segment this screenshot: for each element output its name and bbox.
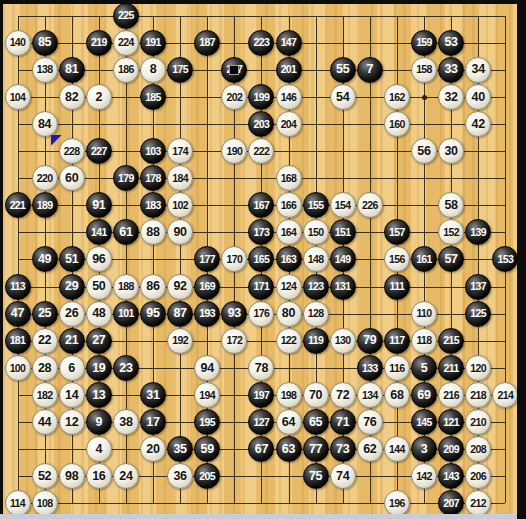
stone-34[interactable]: 34: [465, 57, 491, 83]
move-number: 69: [417, 389, 430, 402]
stone-227[interactable]: 227: [86, 138, 112, 164]
stone-138[interactable]: 138: [32, 57, 58, 83]
stone-24[interactable]: 24: [113, 463, 139, 489]
move-number: 175: [172, 64, 188, 75]
move-number: 49: [38, 253, 51, 266]
move-number: 165: [254, 254, 270, 265]
stone-168[interactable]: 168: [276, 165, 302, 191]
stone-190[interactable]: 190: [221, 138, 247, 164]
stone-98[interactable]: 98: [59, 463, 85, 489]
move-number: 100: [10, 363, 26, 374]
stone-140[interactable]: 140: [5, 30, 31, 56]
stone-221[interactable]: 221: [5, 192, 31, 218]
stone-184[interactable]: 184: [167, 165, 193, 191]
move-number: 76: [363, 416, 376, 429]
stone-6[interactable]: 6: [59, 355, 85, 381]
stone-162[interactable]: 162: [384, 84, 410, 110]
stone-72[interactable]: 72: [330, 382, 356, 408]
stone-96[interactable]: 96: [86, 246, 112, 272]
move-number: 121: [443, 417, 459, 428]
stone-50[interactable]: 50: [86, 274, 112, 300]
stone-77[interactable]: 77: [303, 436, 329, 462]
move-number: 214: [497, 390, 513, 401]
stone-49[interactable]: 49: [32, 246, 58, 272]
stone-62[interactable]: 62: [357, 436, 383, 462]
stone-76[interactable]: 76: [357, 409, 383, 435]
move-number: 56: [417, 145, 430, 158]
move-number: 140: [10, 37, 26, 48]
stone-82[interactable]: 82: [59, 84, 85, 110]
move-number: 3: [421, 443, 428, 456]
move-number: 146: [281, 92, 297, 103]
move-number: 108: [37, 498, 53, 509]
stone-166[interactable]: 166: [276, 192, 302, 218]
stone-124[interactable]: 124: [276, 274, 302, 300]
stone-182[interactable]: 182: [32, 382, 58, 408]
stone-207[interactable]: 207: [438, 490, 464, 516]
stone-70[interactable]: 70: [303, 382, 329, 408]
stone-42[interactable]: 42: [465, 111, 491, 137]
stone-201[interactable]: 201: [276, 57, 302, 83]
stone-48[interactable]: 48: [86, 301, 112, 327]
move-number: 187: [199, 37, 215, 48]
stone-29[interactable]: 29: [59, 274, 85, 300]
stone-120[interactable]: 120: [465, 355, 491, 381]
stone-90[interactable]: 90: [167, 219, 193, 245]
move-number: 4: [95, 443, 102, 456]
stone-36[interactable]: 36: [167, 463, 193, 489]
move-number: 227: [91, 146, 107, 157]
move-number: 171: [254, 281, 270, 292]
stone-127[interactable]: 127: [248, 409, 274, 435]
stone-208[interactable]: 208: [465, 436, 491, 462]
stone-179[interactable]: 179: [113, 165, 139, 191]
stone-141[interactable]: 141: [86, 219, 112, 245]
stone-32[interactable]: 32: [438, 84, 464, 110]
stone-19[interactable]: 19: [86, 355, 112, 381]
move-number: 51: [65, 253, 78, 266]
stone-143[interactable]: 143: [438, 463, 464, 489]
stone-44[interactable]: 44: [32, 409, 58, 435]
stone-17[interactable]: 17: [140, 409, 166, 435]
stone-196[interactable]: 196: [384, 490, 410, 516]
stone-144[interactable]: 144: [384, 436, 410, 462]
stone-130[interactable]: 130: [330, 328, 356, 354]
move-number: 20: [146, 443, 159, 456]
stone-188[interactable]: 188: [113, 274, 139, 300]
move-number: 142: [416, 471, 432, 482]
stone-192[interactable]: 192: [167, 328, 193, 354]
stone-58[interactable]: 58: [438, 192, 464, 218]
stone-176[interactable]: 176: [248, 301, 274, 327]
move-number: 166: [281, 200, 297, 211]
move-number: 207: [443, 498, 459, 509]
stone-108[interactable]: 108: [32, 490, 58, 516]
move-number: 143: [443, 471, 459, 482]
stone-214[interactable]: 214: [492, 382, 518, 408]
stone-209[interactable]: 209: [438, 436, 464, 462]
stone-88[interactable]: 88: [140, 219, 166, 245]
move-number: 63: [282, 443, 295, 456]
stone-210[interactable]: 210: [465, 409, 491, 435]
stone-122[interactable]: 122: [276, 328, 302, 354]
stone-185[interactable]: 185: [140, 84, 166, 110]
move-number: 196: [389, 498, 405, 509]
stone-198[interactable]: 198: [276, 382, 302, 408]
stone-52[interactable]: 52: [32, 463, 58, 489]
move-number: 155: [308, 200, 324, 211]
stone-85[interactable]: 85: [32, 30, 58, 56]
stone-175[interactable]: 175: [167, 57, 193, 83]
stone-139[interactable]: 139: [465, 219, 491, 245]
move-number: 177: [199, 254, 215, 265]
stone-223[interactable]: 223: [248, 30, 274, 56]
stone-118[interactable]: 118: [411, 328, 437, 354]
stone-195[interactable]: 195: [194, 409, 220, 435]
stone-163[interactable]: 163: [276, 246, 302, 272]
move-number: 17: [146, 416, 159, 429]
stone-64[interactable]: 64: [276, 409, 302, 435]
stone-110[interactable]: 110: [411, 301, 437, 327]
stone-134[interactable]: 134: [357, 382, 383, 408]
grid-line-horizontal: [18, 503, 506, 504]
stone-4[interactable]: 4: [86, 436, 112, 462]
stone-157[interactable]: 157: [384, 219, 410, 245]
move-number: 224: [118, 37, 134, 48]
move-number: 150: [308, 227, 324, 238]
move-number: 104: [10, 92, 26, 103]
move-number: 219: [91, 37, 107, 48]
move-number: 29: [65, 280, 78, 293]
move-number: 27: [92, 334, 105, 347]
move-number: 9: [95, 416, 102, 429]
stone-104[interactable]: 104: [5, 84, 31, 110]
stone-60[interactable]: 60: [59, 165, 85, 191]
go-board[interactable]: 2345678912131416171920212223242526272829…: [3, 4, 517, 514]
stone-78[interactable]: 78: [248, 355, 274, 381]
stone-153[interactable]: 153: [492, 246, 518, 272]
stone-165[interactable]: 165: [248, 246, 274, 272]
stone-81[interactable]: 81: [59, 57, 85, 83]
move-number: 30: [444, 145, 457, 158]
move-number: 184: [172, 173, 188, 184]
stone-40[interactable]: 40: [465, 84, 491, 110]
stone-158[interactable]: 158: [411, 57, 437, 83]
move-number: 74: [336, 470, 349, 483]
stone-68[interactable]: 68: [384, 382, 410, 408]
move-number: 122: [281, 335, 297, 346]
stone-145[interactable]: 145: [411, 409, 437, 435]
stone-226[interactable]: 226: [357, 192, 383, 218]
stone-125[interactable]: 125: [465, 301, 491, 327]
stone-74[interactable]: 74: [330, 463, 356, 489]
stone-205[interactable]: 205: [194, 463, 220, 489]
stone-80[interactable]: 80: [276, 301, 302, 327]
move-number: 32: [444, 91, 457, 104]
stone-123[interactable]: 123: [303, 274, 329, 300]
stone-67[interactable]: 67: [248, 436, 274, 462]
stone-114[interactable]: 114: [5, 490, 31, 516]
stone-13[interactable]: 13: [86, 382, 112, 408]
stone-128[interactable]: 128: [303, 301, 329, 327]
stone-187[interactable]: 187: [194, 30, 220, 56]
stone-94[interactable]: 94: [194, 355, 220, 381]
stone-2[interactable]: 2: [86, 84, 112, 110]
stone-156[interactable]: 156: [384, 246, 410, 272]
move-number: 215: [443, 335, 459, 346]
stone-71[interactable]: 71: [330, 409, 356, 435]
move-number: 148: [308, 254, 324, 265]
stone-92[interactable]: 92: [167, 274, 193, 300]
stone-228[interactable]: 228: [59, 138, 85, 164]
move-number: 164: [281, 227, 297, 238]
stone-21[interactable]: 21: [59, 328, 85, 354]
stone-31[interactable]: 31: [140, 382, 166, 408]
stone-224[interactable]: 224: [113, 30, 139, 56]
stone-7[interactable]: 7: [357, 57, 383, 83]
move-number: 12: [65, 416, 78, 429]
move-number: 223: [254, 37, 270, 48]
stone-171[interactable]: 171: [248, 274, 274, 300]
stone-57[interactable]: 57: [438, 246, 464, 272]
move-number: 68: [390, 389, 403, 402]
stone-194[interactable]: 194: [194, 382, 220, 408]
move-number: 94: [201, 362, 214, 375]
stone-172[interactable]: 172: [221, 328, 247, 354]
stone-28[interactable]: 28: [32, 355, 58, 381]
stone-215[interactable]: 215: [438, 328, 464, 354]
move-number: 118: [416, 335, 431, 346]
stone-9[interactable]: 9: [86, 409, 112, 435]
stone-218[interactable]: 218: [465, 382, 491, 408]
stone-222[interactable]: 222: [248, 138, 274, 164]
move-number: 221: [10, 200, 26, 211]
move-number: 185: [145, 92, 161, 103]
stone-181[interactable]: 181: [5, 328, 31, 354]
stone-113[interactable]: 113: [5, 274, 31, 300]
move-number: 172: [226, 335, 242, 346]
stone-173[interactable]: 173: [248, 219, 274, 245]
move-number: 193: [199, 308, 215, 319]
move-number: 194: [199, 390, 215, 401]
move-number: 202: [226, 92, 242, 103]
stone-61[interactable]: 61: [113, 219, 139, 245]
move-number: 93: [228, 307, 241, 320]
stone-16[interactable]: 16: [86, 463, 112, 489]
stone-202[interactable]: 202: [221, 84, 247, 110]
move-number: 38: [119, 416, 132, 429]
stone-101[interactable]: 101: [113, 301, 139, 327]
stone-22[interactable]: 22: [32, 328, 58, 354]
stone-87[interactable]: 87: [167, 301, 193, 327]
stone-103[interactable]: 103: [140, 138, 166, 164]
stone-33[interactable]: 33: [438, 57, 464, 83]
stone-150[interactable]: 150: [303, 219, 329, 245]
move-number: 35: [173, 443, 186, 456]
stone-59[interactable]: 59: [194, 436, 220, 462]
stone-203[interactable]: 203: [248, 111, 274, 137]
stone-154[interactable]: 154: [330, 192, 356, 218]
stone-212[interactable]: 212: [465, 490, 491, 516]
move-number: 145: [416, 417, 432, 428]
move-number: 179: [118, 173, 134, 184]
move-number: 5: [421, 362, 428, 375]
stone-159[interactable]: 159: [411, 30, 437, 56]
stone-117[interactable]: 117: [384, 328, 410, 354]
stone-14[interactable]: 14: [59, 382, 85, 408]
stone-177[interactable]: 177: [194, 246, 220, 272]
stone-69[interactable]: 69: [411, 382, 437, 408]
stone-197[interactable]: 197: [248, 382, 274, 408]
stone-12[interactable]: 12: [59, 409, 85, 435]
stone-161[interactable]: 161: [411, 246, 437, 272]
move-number: 44: [38, 416, 51, 429]
stone-169[interactable]: 169: [194, 274, 220, 300]
stone-84[interactable]: 84: [32, 111, 58, 137]
stone-183[interactable]: 183: [140, 192, 166, 218]
stone-35[interactable]: 35: [167, 436, 193, 462]
move-number: 163: [281, 254, 297, 265]
move-number: 153: [497, 254, 513, 265]
stone-151[interactable]: 151: [330, 219, 356, 245]
stone-199[interactable]: 199: [248, 84, 274, 110]
stone-216[interactable]: 216: [438, 382, 464, 408]
stone-111[interactable]: 111: [384, 274, 410, 300]
stone-86[interactable]: 86: [140, 274, 166, 300]
stone-193[interactable]: 193: [194, 301, 220, 327]
move-number: 55: [336, 63, 349, 76]
bottom-edge-strip: [0, 514, 517, 519]
stone-191[interactable]: 191: [140, 30, 166, 56]
move-number: 91: [92, 199, 105, 212]
move-number: 205: [199, 471, 215, 482]
stone-93[interactable]: 93: [221, 301, 247, 327]
stone-63[interactable]: 63: [276, 436, 302, 462]
move-number: 169: [199, 281, 215, 292]
stone-211[interactable]: 211: [438, 355, 464, 381]
move-number: 53: [444, 36, 457, 49]
stone-220[interactable]: 220: [32, 165, 58, 191]
stone-116[interactable]: 116: [384, 355, 410, 381]
stone-178[interactable]: 178: [140, 165, 166, 191]
stone-102[interactable]: 102: [167, 192, 193, 218]
stone-20[interactable]: 20: [140, 436, 166, 462]
move-number: 192: [172, 335, 188, 346]
stone-121[interactable]: 121: [438, 409, 464, 435]
stone-133[interactable]: 133: [357, 355, 383, 381]
move-number: 64: [282, 416, 295, 429]
stone-174[interactable]: 174: [167, 138, 193, 164]
move-number: 197: [254, 390, 270, 401]
move-number: 77: [309, 443, 322, 456]
move-number: 125: [470, 308, 486, 319]
stone-149[interactable]: 149: [330, 246, 356, 272]
stone-8[interactable]: 8: [140, 57, 166, 83]
stone-219[interactable]: 219: [86, 30, 112, 56]
stone-5[interactable]: 5: [411, 355, 437, 381]
stone-137[interactable]: 137: [465, 274, 491, 300]
move-number: 42: [472, 118, 485, 131]
move-number: 50: [92, 280, 105, 293]
stone-170[interactable]: 170: [221, 246, 247, 272]
move-number: 160: [389, 119, 405, 130]
stone-148[interactable]: 148: [303, 246, 329, 272]
stone-55[interactable]: 55: [330, 57, 356, 83]
move-number: 111: [390, 281, 405, 292]
move-number: 170: [226, 254, 242, 265]
stone-146[interactable]: 146: [276, 84, 302, 110]
move-number: 154: [335, 200, 351, 211]
stone-155[interactable]: 155: [303, 192, 329, 218]
move-number: 119: [308, 335, 323, 346]
stone-26[interactable]: 26: [59, 301, 85, 327]
stone-131[interactable]: 131: [330, 274, 356, 300]
move-number: 174: [172, 146, 188, 157]
move-number: 16: [92, 470, 105, 483]
stone-53[interactable]: 53: [438, 30, 464, 56]
stone-204[interactable]: 204: [276, 111, 302, 137]
stone-206[interactable]: 206: [465, 463, 491, 489]
stone-73[interactable]: 73: [330, 436, 356, 462]
stone-25[interactable]: 25: [32, 301, 58, 327]
move-number: 26: [65, 307, 78, 320]
stone-225[interactable]: 225: [113, 3, 139, 29]
move-number: 48: [92, 307, 105, 320]
stone-27[interactable]: 27: [86, 328, 112, 354]
move-number: 176: [254, 308, 270, 319]
stone-30[interactable]: 30: [438, 138, 464, 164]
move-number: 147: [281, 37, 297, 48]
stone-119[interactable]: 119: [303, 328, 329, 354]
move-number: 98: [65, 470, 78, 483]
stone-100[interactable]: 100: [5, 355, 31, 381]
stone-95[interactable]: 95: [140, 301, 166, 327]
stone-56[interactable]: 56: [411, 138, 437, 164]
square-marker: [229, 65, 239, 75]
move-number: 22: [38, 334, 51, 347]
move-number: 178: [145, 173, 161, 184]
move-number: 199: [254, 92, 270, 103]
move-number: 206: [470, 471, 486, 482]
stone-3[interactable]: 3: [411, 436, 437, 462]
stone-164[interactable]: 164: [276, 219, 302, 245]
stone-189[interactable]: 189: [32, 192, 58, 218]
stone-47[interactable]: 47: [5, 301, 31, 327]
stone-79[interactable]: 79: [357, 328, 383, 354]
stone-23[interactable]: 23: [113, 355, 139, 381]
stone-54[interactable]: 54: [330, 84, 356, 110]
move-number: 82: [65, 91, 78, 104]
stone-75[interactable]: 75: [303, 463, 329, 489]
stone-51[interactable]: 51: [59, 246, 85, 272]
move-number: 216: [443, 390, 459, 401]
move-number: 210: [470, 417, 486, 428]
move-number: 218: [470, 390, 486, 401]
stone-186[interactable]: 186: [113, 57, 139, 83]
stone-65[interactable]: 65: [303, 409, 329, 435]
stone-167[interactable]: 167: [248, 192, 274, 218]
stone-38[interactable]: 38: [113, 409, 139, 435]
move-number: 75: [309, 470, 322, 483]
stone-160[interactable]: 160: [384, 111, 410, 137]
move-number: 209: [443, 444, 459, 455]
stone-147[interactable]: 147: [276, 30, 302, 56]
stone-142[interactable]: 142: [411, 463, 437, 489]
move-number: 95: [146, 307, 159, 320]
stone-152[interactable]: 152: [438, 219, 464, 245]
stone-91[interactable]: 91: [86, 192, 112, 218]
move-number: 72: [336, 389, 349, 402]
